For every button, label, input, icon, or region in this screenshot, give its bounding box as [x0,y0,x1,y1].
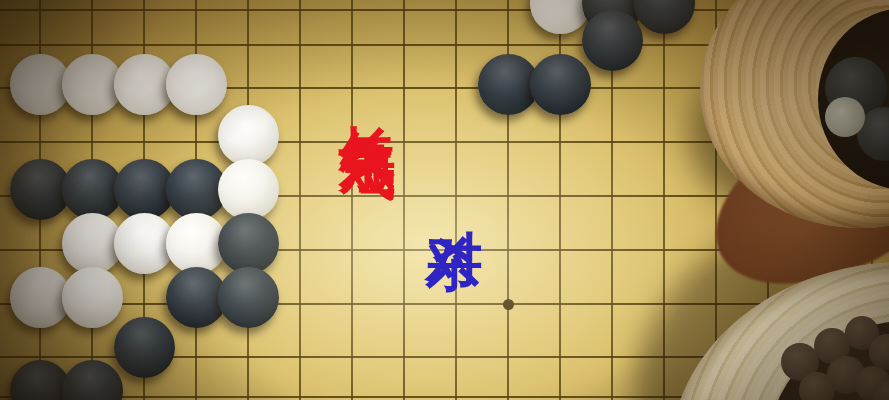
stone-white [218,159,279,220]
caption-red-long-liberties: 长气杀短气 [339,79,396,104]
stone-white [166,54,227,115]
stone-black [218,213,279,274]
stone-black [582,10,643,71]
caption-blue-capturing-race: 对杀 [426,184,483,194]
bowl-stone [825,97,865,137]
stone-black [218,267,279,328]
go-photo-scene: 长气杀短气 对杀 [0,0,889,400]
stone-black [114,317,175,378]
stone-black [634,0,695,34]
stone-white [218,105,279,166]
stone-white [62,267,123,328]
stone-black [530,54,591,115]
bowl-stone [799,372,835,400]
stone-black [62,360,123,400]
